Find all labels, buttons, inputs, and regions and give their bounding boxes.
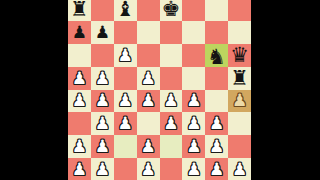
square-f1[interactable]: ♟ [182,158,205,180]
square-h2[interactable] [228,135,251,158]
square-f4[interactable]: ♟ [182,90,205,113]
square-g3[interactable]: ♟ [205,112,228,135]
square-f3[interactable]: ♟ [182,112,205,135]
square-e5[interactable] [160,67,183,90]
square-a1[interactable]: ♟ [68,158,91,180]
piece-white-pawn-b4[interactable]: ♟ [95,92,110,109]
square-a6[interactable] [68,44,91,67]
piece-white-pawn-c6[interactable]: ♟ [118,47,133,64]
square-c2[interactable] [114,135,137,158]
piece-black-bishop-c8[interactable]: ♝ [116,0,135,20]
piece-white-pawn-b5[interactable]: ♟ [95,70,110,87]
piece-white-pawn-e4[interactable]: ♟ [163,92,178,109]
letterbox-right [251,0,320,180]
square-b6[interactable] [91,44,114,67]
square-h7[interactable] [228,21,251,44]
square-b7[interactable]: ♟ [91,21,114,44]
square-h3[interactable] [228,112,251,135]
square-c1[interactable] [114,158,137,180]
square-a2[interactable]: ♟ [68,135,91,158]
square-d8[interactable] [137,0,160,21]
square-e8[interactable]: ♚ [160,0,183,21]
piece-white-pawn-f2[interactable]: ♟ [186,138,201,155]
square-f7[interactable] [182,21,205,44]
square-h8[interactable] [228,0,251,21]
square-a7[interactable]: ♟ [68,21,91,44]
square-g2[interactable]: ♟ [205,135,228,158]
square-b1[interactable]: ♟ [91,158,114,180]
piece-white-pawn-g3[interactable]: ♟ [209,115,224,132]
piece-black-pawn-b7[interactable]: ♟ [95,24,110,41]
square-e1[interactable] [160,158,183,180]
square-d3[interactable] [137,112,160,135]
square-h4[interactable]: ♟ [228,90,251,113]
piece-white-pawn-a1[interactable]: ♟ [72,161,87,178]
piece-white-pawn-d4[interactable]: ♟ [140,92,155,109]
piece-white-pawn-a2[interactable]: ♟ [72,138,87,155]
square-a4[interactable]: ♟ [68,90,91,113]
piece-white-pawn-f3[interactable]: ♟ [186,115,201,132]
piece-tan-pawn-h4[interactable]: ♟ [232,92,247,109]
letterbox-left [0,0,68,180]
square-g4[interactable] [205,90,228,113]
square-g8[interactable] [205,0,228,21]
square-f5[interactable] [182,67,205,90]
square-b3[interactable]: ♟ [91,112,114,135]
square-c4[interactable]: ♟ [114,90,137,113]
square-f6[interactable] [182,44,205,67]
square-c7[interactable] [114,21,137,44]
square-a5[interactable]: ♟ [68,67,91,90]
square-h1[interactable]: ♟ [228,158,251,180]
piece-white-pawn-b1[interactable]: ♟ [95,161,110,178]
square-e6[interactable] [160,44,183,67]
square-b8[interactable] [91,0,114,21]
piece-white-pawn-f4[interactable]: ♟ [186,92,201,109]
square-b5[interactable]: ♟ [91,67,114,90]
square-d1[interactable]: ♟ [137,158,160,180]
piece-white-pawn-e3[interactable]: ♟ [163,115,178,132]
piece-white-pawn-b2[interactable]: ♟ [95,138,110,155]
square-b2[interactable]: ♟ [91,135,114,158]
piece-white-pawn-b3[interactable]: ♟ [95,115,110,132]
piece-white-pawn-c3[interactable]: ♟ [118,115,133,132]
square-d2[interactable]: ♟ [137,135,160,158]
square-d7[interactable] [137,21,160,44]
square-h5[interactable]: ♜ [228,67,251,90]
square-e7[interactable] [160,21,183,44]
square-c5[interactable] [114,67,137,90]
square-g6[interactable]: ♞ [205,44,228,67]
square-c8[interactable]: ♝ [114,0,137,21]
square-a8[interactable]: ♜ [68,0,91,21]
piece-white-pawn-a5[interactable]: ♟ [72,70,87,87]
piece-black-knight-g6[interactable]: ♞ [207,47,226,68]
piece-white-pawn-g2[interactable]: ♟ [209,138,224,155]
square-d4[interactable]: ♟ [137,90,160,113]
square-c6[interactable]: ♟ [114,44,137,67]
piece-black-king-e8[interactable]: ♚ [162,0,181,20]
square-b4[interactable]: ♟ [91,90,114,113]
square-f2[interactable]: ♟ [182,135,205,158]
square-a3[interactable] [68,112,91,135]
square-g1[interactable]: ♟ [205,158,228,180]
piece-white-pawn-a4[interactable]: ♟ [72,92,87,109]
square-f8[interactable] [182,0,205,21]
piece-black-pawn-a7[interactable]: ♟ [72,24,87,41]
chess-board: ♜♝♚♟♟♟♞♛♟♟♟♜♟♟♟♟♟♟♟♟♟♟♟♟♟♟♟♟♟♟♟♟♟♟♟ [68,0,251,180]
square-g7[interactable] [205,21,228,44]
square-e3[interactable]: ♟ [160,112,183,135]
square-h6[interactable]: ♛ [228,44,251,67]
piece-white-pawn-d1[interactable]: ♟ [140,161,155,178]
square-d5[interactable]: ♟ [137,67,160,90]
piece-black-rook-h5[interactable]: ♜ [230,68,249,89]
square-g5[interactable] [205,67,228,90]
piece-white-pawn-d5[interactable]: ♟ [140,70,155,87]
piece-white-pawn-c4[interactable]: ♟ [118,92,133,109]
video-frame: ♜♝♚♟♟♟♞♛♟♟♟♜♟♟♟♟♟♟♟♟♟♟♟♟♟♟♟♟♟♟♟♟♟♟♟ [0,0,320,180]
piece-white-pawn-g1[interactable]: ♟ [209,161,224,178]
piece-white-pawn-f1[interactable]: ♟ [186,161,201,178]
square-d6[interactable] [137,44,160,67]
piece-black-queen-h6[interactable]: ♛ [230,45,249,66]
square-c3[interactable]: ♟ [114,112,137,135]
piece-white-pawn-h1[interactable]: ♟ [232,161,247,178]
square-e2[interactable] [160,135,183,158]
piece-white-pawn-d2[interactable]: ♟ [140,138,155,155]
square-e4[interactable]: ♟ [160,90,183,113]
piece-black-rook-a8[interactable]: ♜ [70,0,89,20]
